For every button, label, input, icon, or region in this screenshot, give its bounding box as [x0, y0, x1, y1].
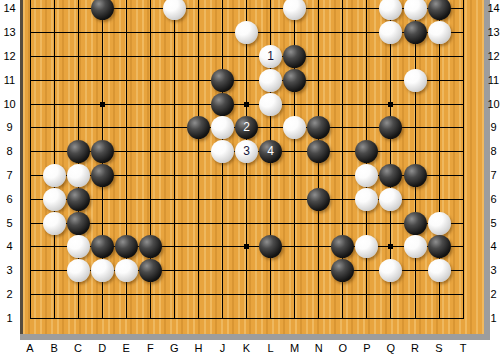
row-label-left-12: 12: [0, 50, 19, 62]
move-number-3: 3: [243, 144, 250, 158]
board-left-edge: [20, 0, 23, 340]
row-label-left-8: 8: [0, 145, 19, 157]
stone-M12[interactable]: [283, 45, 306, 68]
row-label-right-11: 11: [487, 74, 500, 86]
row-label-left-10: 10: [0, 98, 19, 110]
col-label-K: K: [237, 342, 257, 354]
stone-C5[interactable]: [67, 212, 90, 235]
col-label-A: A: [20, 342, 40, 354]
row-label-right-8: 8: [487, 145, 500, 157]
stone-Q7[interactable]: [379, 164, 402, 187]
col-label-C: C: [68, 342, 88, 354]
go-board[interactable]: 1234: [23, 0, 484, 334]
stone-C4[interactable]: [67, 235, 90, 258]
stone-R13[interactable]: [404, 21, 427, 44]
stone-J11[interactable]: [211, 69, 234, 92]
stone-C6[interactable]: [67, 188, 90, 211]
row-label-left-7: 7: [0, 169, 19, 181]
stone-R5[interactable]: [404, 212, 427, 235]
stone-B7[interactable]: [43, 164, 66, 187]
move-number-4: 4: [267, 144, 274, 158]
row-label-right-9: 9: [487, 121, 500, 133]
stone-D4[interactable]: [91, 235, 114, 258]
stone-L8[interactable]: 4: [259, 140, 282, 163]
stone-F3[interactable]: [139, 259, 162, 282]
stone-B6[interactable]: [43, 188, 66, 211]
star-point-Q10: [388, 102, 393, 107]
move-number-1: 1: [267, 49, 274, 63]
col-label-L: L: [261, 342, 281, 354]
row-label-right-7: 7: [487, 169, 500, 181]
move-number-2: 2: [243, 120, 250, 134]
row-label-left-13: 13: [0, 26, 19, 38]
stone-K9[interactable]: 2: [235, 116, 258, 139]
row-label-left-14: 14: [0, 2, 19, 14]
stone-R11[interactable]: [404, 69, 427, 92]
stone-O3[interactable]: [331, 259, 354, 282]
stone-R4[interactable]: [404, 235, 427, 258]
col-label-D: D: [92, 342, 112, 354]
col-label-O: O: [333, 342, 353, 354]
col-label-M: M: [285, 342, 305, 354]
stone-M14[interactable]: [283, 0, 306, 20]
stone-L11[interactable]: [259, 69, 282, 92]
stone-C3[interactable]: [67, 259, 90, 282]
stone-B5[interactable]: [43, 212, 66, 235]
stone-H9[interactable]: [187, 116, 210, 139]
row-label-left-5: 5: [0, 217, 19, 229]
col-label-S: S: [429, 342, 449, 354]
stone-Q13[interactable]: [379, 21, 402, 44]
col-label-N: N: [309, 342, 329, 354]
stone-D8[interactable]: [91, 140, 114, 163]
stone-J8[interactable]: [211, 140, 234, 163]
stone-D14[interactable]: [91, 0, 114, 20]
col-label-B: B: [44, 342, 64, 354]
go-board-screenshot: 1234 14131211109876543211413121110987654…: [0, 0, 500, 356]
grid-line-row-1: [30, 318, 464, 319]
col-label-H: H: [188, 342, 208, 354]
stone-S14[interactable]: [428, 0, 451, 20]
row-label-left-11: 11: [0, 74, 19, 86]
stone-S5[interactable]: [428, 212, 451, 235]
stone-M9[interactable]: [283, 116, 306, 139]
stone-Q14[interactable]: [379, 0, 402, 20]
grid-line-row-2: [30, 294, 464, 295]
row-label-left-2: 2: [0, 288, 19, 300]
star-point-K10: [244, 102, 249, 107]
stone-P4[interactable]: [355, 235, 378, 258]
row-label-right-3: 3: [487, 264, 500, 276]
col-label-F: F: [140, 342, 160, 354]
stone-Q3[interactable]: [379, 259, 402, 282]
stone-G14[interactable]: [163, 0, 186, 20]
grid-line-row-5: [30, 223, 464, 224]
row-label-right-4: 4: [487, 240, 500, 252]
stone-C7[interactable]: [67, 164, 90, 187]
col-label-P: P: [357, 342, 377, 354]
stone-F4[interactable]: [139, 235, 162, 258]
col-label-R: R: [405, 342, 425, 354]
stone-R7[interactable]: [404, 164, 427, 187]
col-label-E: E: [116, 342, 136, 354]
row-label-right-13: 13: [487, 26, 500, 38]
grid-line-row-11: [30, 80, 464, 81]
stone-N9[interactable]: [307, 116, 330, 139]
row-label-left-9: 9: [0, 121, 19, 133]
stone-P8[interactable]: [355, 140, 378, 163]
col-label-J: J: [213, 342, 233, 354]
stone-M11[interactable]: [283, 69, 306, 92]
star-point-K4: [244, 244, 249, 249]
stone-L4[interactable]: [259, 235, 282, 258]
row-label-left-6: 6: [0, 193, 19, 205]
stone-J9[interactable]: [211, 116, 234, 139]
stone-O4[interactable]: [331, 235, 354, 258]
row-label-right-2: 2: [487, 288, 500, 300]
stone-R14[interactable]: [404, 0, 427, 20]
stone-K8[interactable]: 3: [235, 140, 258, 163]
star-point-Q4: [388, 244, 393, 249]
col-label-T: T: [453, 342, 473, 354]
stone-Q9[interactable]: [379, 116, 402, 139]
col-label-Q: Q: [381, 342, 401, 354]
row-label-right-14: 14: [487, 2, 500, 14]
stone-C8[interactable]: [67, 140, 90, 163]
stone-N8[interactable]: [307, 140, 330, 163]
stone-E4[interactable]: [115, 235, 138, 258]
star-point-D10: [100, 102, 105, 107]
stone-S13[interactable]: [428, 21, 451, 44]
row-label-left-3: 3: [0, 264, 19, 276]
grid-line-row-12: [30, 56, 464, 57]
stone-N6[interactable]: [307, 188, 330, 211]
row-label-right-12: 12: [487, 50, 500, 62]
stone-Q6[interactable]: [379, 188, 402, 211]
stone-D3[interactable]: [91, 259, 114, 282]
row-label-right-6: 6: [487, 193, 500, 205]
stone-E3[interactable]: [115, 259, 138, 282]
col-label-G: G: [164, 342, 184, 354]
row-label-right-10: 10: [487, 98, 500, 110]
stone-L12[interactable]: 1: [259, 45, 282, 68]
row-label-right-1: 1: [487, 312, 500, 324]
stone-D7[interactable]: [91, 164, 114, 187]
stone-P7[interactable]: [355, 164, 378, 187]
stone-S3[interactable]: [428, 259, 451, 282]
stone-S4[interactable]: [428, 235, 451, 258]
stone-P6[interactable]: [355, 188, 378, 211]
stone-J10[interactable]: [211, 93, 234, 116]
stone-K13[interactable]: [235, 21, 258, 44]
row-label-left-1: 1: [0, 312, 19, 324]
row-label-left-4: 4: [0, 240, 19, 252]
board-bottom-shadow: [20, 334, 490, 340]
row-label-right-5: 5: [487, 217, 500, 229]
stone-L10[interactable]: [259, 93, 282, 116]
